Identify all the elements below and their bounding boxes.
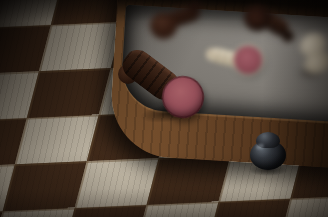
rim-dark-pawn-focused xyxy=(118,48,214,140)
tray-white-pawn-centre xyxy=(206,40,266,80)
pawn-head xyxy=(244,4,271,31)
pawn-base xyxy=(188,0,201,13)
pawn-head xyxy=(150,12,177,39)
chess-photo-scene xyxy=(0,0,328,217)
tray-white-piece-right xyxy=(292,32,328,84)
tray-dark-pawn-left xyxy=(146,0,206,46)
red-felt-base xyxy=(234,46,262,74)
standing-black-pawn xyxy=(246,132,292,178)
